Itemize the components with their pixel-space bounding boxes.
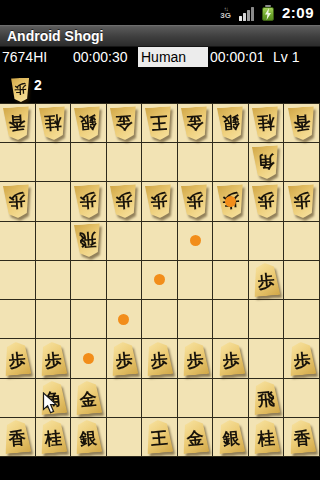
piece-sente-pawn[interactable]: 歩 (38, 342, 68, 375)
piece-sente-gold[interactable]: 金 (73, 381, 103, 414)
piece-sente-king[interactable]: 王 (144, 420, 174, 453)
piece-gote-silver[interactable]: 銀 (73, 107, 103, 140)
piece-sente-pawn[interactable]: 歩 (109, 342, 139, 375)
board-cell[interactable]: 香 (284, 418, 320, 457)
board-cell[interactable]: 桂 (36, 104, 72, 143)
board-cell[interactable]: 銀 (213, 418, 249, 457)
board-cell[interactable] (36, 182, 72, 221)
piece-sente-rook[interactable]: 飛 (251, 381, 281, 414)
board-cell[interactable]: 金 (178, 418, 214, 457)
move-highlight-dot (118, 314, 129, 325)
piece-sente-pawn[interactable]: 歩 (287, 342, 317, 375)
piece-gote-king[interactable]: 王 (144, 107, 174, 140)
board-cell[interactable]: 歩 (284, 339, 320, 378)
board-cell[interactable]: 銀 (213, 104, 249, 143)
captured-gote-pawn[interactable]: 歩 (10, 78, 31, 102)
board-cell[interactable]: 銀 (71, 104, 107, 143)
board-cell[interactable] (249, 300, 285, 339)
board-cell[interactable] (284, 143, 320, 182)
board-cell[interactable] (36, 300, 72, 339)
move-highlight-dot (154, 274, 165, 285)
piece-sente-knight[interactable]: 桂 (38, 420, 68, 453)
board-cell[interactable]: 歩 (107, 339, 143, 378)
board-cell[interactable] (142, 300, 178, 339)
piece-gote-silver[interactable]: 銀 (216, 107, 246, 140)
captured-pawn-count: 2 (34, 77, 42, 93)
board-cell[interactable] (213, 379, 249, 418)
board-cell[interactable]: 王 (142, 418, 178, 457)
piece-gote-bishop[interactable]: 角 (251, 146, 281, 179)
piece-gote-gold[interactable]: 金 (109, 107, 139, 140)
board-cell[interactable]: 飛 (71, 222, 107, 261)
board-cell[interactable] (71, 261, 107, 300)
network-3g-icon: ↑↓ 3G (220, 6, 231, 20)
piece-gote-knight[interactable]: 桂 (38, 107, 68, 140)
battery-charging-icon (262, 5, 274, 21)
board-cell[interactable] (142, 222, 178, 261)
board-cell[interactable] (249, 222, 285, 261)
opponent-name: 7674HI (2, 47, 47, 67)
signal-strength-icon (239, 5, 254, 21)
board-cell[interactable]: 歩 (213, 182, 249, 221)
board-cell[interactable] (36, 261, 72, 300)
piece-gote-pawn[interactable]: 歩 (109, 185, 139, 218)
board-cell[interactable] (36, 143, 72, 182)
board-cell[interactable]: 歩 (107, 182, 143, 221)
board-cell[interactable] (213, 261, 249, 300)
board-cell[interactable] (107, 418, 143, 457)
board-cell[interactable] (0, 261, 36, 300)
board-cell[interactable] (213, 300, 249, 339)
board-cell[interactable]: 銀 (71, 418, 107, 457)
board-cell[interactable] (178, 261, 214, 300)
board-cell[interactable]: 香 (0, 418, 36, 457)
board-cell[interactable] (213, 143, 249, 182)
board-cell[interactable]: 歩 (142, 182, 178, 221)
board-cell[interactable]: 香 (0, 104, 36, 143)
piece-gote-pawn[interactable]: 歩 (287, 185, 317, 218)
app-screen: ↑↓ 3G 2:09 Android Shogi 7674HI 00:00:30… (0, 0, 320, 480)
board-cell[interactable] (0, 222, 36, 261)
piece-sente-pawn[interactable]: 歩 (216, 342, 246, 375)
board-cell[interactable]: 歩 (249, 261, 285, 300)
board-cell[interactable]: 飛 (249, 379, 285, 418)
board-cell[interactable]: 歩 (36, 339, 72, 378)
board-cell[interactable] (36, 222, 72, 261)
board-cell[interactable] (71, 143, 107, 182)
board-cell[interactable]: 桂 (36, 418, 72, 457)
player-turn-indicator: Human (138, 47, 208, 67)
board-cell[interactable]: 金 (107, 104, 143, 143)
board-cell[interactable] (284, 379, 320, 418)
game-info-bar: 7674HI 00:00:30 Human 00:00:01 Lv 1 (0, 47, 320, 67)
status-bar: ↑↓ 3G 2:09 (0, 0, 320, 25)
board-cell[interactable]: 歩 (0, 182, 36, 221)
piece-gote-lance[interactable]: 香 (2, 107, 32, 140)
player-clock: 00:00:01 (210, 47, 265, 67)
piece-sente-pawn[interactable]: 歩 (180, 342, 210, 375)
board-cell[interactable] (71, 339, 107, 378)
app-title: Android Shogi (0, 28, 103, 44)
piece-sente-pawn[interactable]: 歩 (144, 342, 174, 375)
piece-gote-gold[interactable]: 金 (180, 107, 210, 140)
board-cell[interactable] (178, 300, 214, 339)
board-cell[interactable] (178, 143, 214, 182)
board-cell[interactable]: 桂 (249, 418, 285, 457)
piece-sente-lance[interactable]: 香 (2, 420, 32, 453)
board-cell[interactable] (213, 222, 249, 261)
piece-sente-lance[interactable]: 香 (287, 420, 317, 453)
opponent-clock: 00:00:30 (73, 47, 128, 67)
board-cell[interactable] (284, 261, 320, 300)
mouse-cursor-icon (42, 392, 58, 415)
piece-gote-rook[interactable]: 飛 (73, 224, 103, 257)
board-cell[interactable] (107, 222, 143, 261)
title-bar: Android Shogi (0, 25, 320, 47)
piece-sente-pawn[interactable]: 歩 (2, 342, 32, 375)
board-cell[interactable] (142, 261, 178, 300)
level-badge: Lv 1 (273, 47, 299, 67)
piece-sente-knight[interactable]: 桂 (251, 420, 281, 453)
board-cell[interactable]: 金 (71, 379, 107, 418)
board-cell[interactable]: 角 (249, 143, 285, 182)
piece-gote-pawn[interactable]: 歩 (180, 185, 210, 218)
board-cell[interactable] (142, 379, 178, 418)
board-cell[interactable] (284, 222, 320, 261)
piece-gote-pawn[interactable]: 歩 (73, 185, 103, 218)
board-cell[interactable] (0, 300, 36, 339)
piece-gote-lance[interactable]: 香 (287, 107, 317, 140)
board-cell[interactable]: 歩 (284, 182, 320, 221)
board-cell[interactable]: 金 (178, 104, 214, 143)
board-cell[interactable]: 歩 (249, 182, 285, 221)
status-clock: 2:09 (282, 4, 314, 21)
gote-captured-tray: 歩 2 (0, 67, 320, 103)
piece-gote-pawn[interactable]: 歩 (144, 185, 174, 218)
board-cell[interactable]: 歩 (142, 339, 178, 378)
board-cell[interactable] (178, 222, 214, 261)
board-cell[interactable] (0, 379, 36, 418)
board-cell[interactable]: 王 (142, 104, 178, 143)
board-cell[interactable] (284, 300, 320, 339)
piece-sente-pawn[interactable]: 歩 (251, 263, 281, 296)
piece-gote-knight[interactable]: 桂 (251, 107, 281, 140)
move-highlight-dot (190, 235, 201, 246)
board-cell[interactable] (142, 143, 178, 182)
board-cell[interactable]: 歩 (213, 339, 249, 378)
board-cell[interactable]: 歩 (178, 339, 214, 378)
board-cell[interactable]: 歩 (71, 182, 107, 221)
piece-gote-pawn[interactable]: 歩 (2, 185, 32, 218)
board-cell[interactable] (107, 143, 143, 182)
board-cell[interactable] (107, 261, 143, 300)
board-cell[interactable] (178, 379, 214, 418)
board-cell[interactable] (0, 143, 36, 182)
board-cell[interactable] (107, 379, 143, 418)
move-highlight-dot (83, 353, 94, 364)
piece-sente-silver[interactable]: 銀 (216, 420, 246, 453)
piece-gote-pawn[interactable]: 歩 (251, 185, 281, 218)
piece-sente-silver[interactable]: 銀 (73, 420, 103, 453)
board-cell[interactable]: 桂 (249, 104, 285, 143)
board-cell[interactable]: 歩 (0, 339, 36, 378)
board-cell[interactable]: 歩 (178, 182, 214, 221)
board-cell[interactable] (107, 300, 143, 339)
board-cell[interactable]: 香 (284, 104, 320, 143)
board-cell[interactable] (249, 339, 285, 378)
piece-sente-gold[interactable]: 金 (180, 420, 210, 453)
board-cell[interactable] (71, 300, 107, 339)
